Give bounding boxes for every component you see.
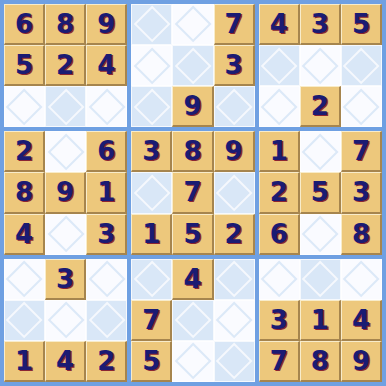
box-8: 475 — [131, 259, 254, 382]
cell-digit: 9 — [97, 11, 115, 37]
cell-r1c6: 7 — [214, 4, 255, 45]
diamond-icon — [302, 261, 339, 298]
cell-digit: 1 — [311, 307, 329, 333]
cell-digit: 8 — [352, 221, 370, 247]
cell-r3c7[interactable] — [259, 86, 300, 127]
cell-r4c4: 3 — [131, 131, 172, 172]
cell-r2c8[interactable] — [300, 45, 341, 86]
box-4: 2689143 — [4, 131, 127, 254]
cell-r5c3: 1 — [86, 172, 127, 213]
cell-digit: 4 — [270, 11, 288, 37]
cell-r3c6[interactable] — [214, 86, 255, 127]
diamond-icon — [216, 261, 253, 298]
cell-digit: 5 — [352, 11, 370, 37]
cell-digit: 3 — [56, 266, 74, 292]
cell-r8c5[interactable] — [172, 300, 213, 341]
cell-digit: 3 — [352, 179, 370, 205]
cell-r6c9: 8 — [341, 214, 382, 255]
cell-digit: 3 — [225, 52, 243, 78]
diamond-icon — [6, 302, 43, 339]
cell-r1c7: 4 — [259, 4, 300, 45]
diamond-icon — [216, 343, 253, 380]
cell-r3c1[interactable] — [4, 86, 45, 127]
cell-r1c9: 5 — [341, 4, 382, 45]
cell-r1c3: 9 — [86, 4, 127, 45]
cell-r9c7: 7 — [259, 341, 300, 382]
cell-digit: 6 — [15, 11, 33, 37]
cell-r4c2[interactable] — [45, 131, 86, 172]
cell-digit: 8 — [56, 11, 74, 37]
cell-r4c3: 6 — [86, 131, 127, 172]
diamond-icon — [302, 47, 339, 84]
diamond-icon — [133, 174, 170, 211]
diamond-icon — [6, 261, 43, 298]
cell-r6c6: 2 — [214, 214, 255, 255]
cell-r4c5: 8 — [172, 131, 213, 172]
cell-r2c3: 4 — [86, 45, 127, 86]
cell-r8c2[interactable] — [45, 300, 86, 341]
cell-r3c4[interactable] — [131, 86, 172, 127]
cell-r8c1[interactable] — [4, 300, 45, 341]
cell-r7c2: 3 — [45, 259, 86, 300]
cell-r9c1: 1 — [4, 341, 45, 382]
diamond-icon — [47, 216, 84, 253]
diamond-icon — [343, 47, 380, 84]
cell-r4c1: 2 — [4, 131, 45, 172]
cell-digit: 5 — [15, 52, 33, 78]
cell-r2c1: 5 — [4, 45, 45, 86]
diamond-icon — [174, 6, 211, 43]
cell-r7c8[interactable] — [300, 259, 341, 300]
cell-r5c5: 7 — [172, 172, 213, 213]
cell-digit: 1 — [142, 221, 160, 247]
sudoku-board: 6895247394352268914338971521725368314247… — [0, 0, 386, 386]
cell-digit: 6 — [97, 138, 115, 164]
cell-r5c4[interactable] — [131, 172, 172, 213]
diamond-icon — [216, 88, 253, 125]
cell-digit: 8 — [15, 179, 33, 205]
cell-r9c2: 4 — [45, 341, 86, 382]
cell-r6c8[interactable] — [300, 214, 341, 255]
diamond-icon — [343, 261, 380, 298]
cell-digit: 9 — [225, 138, 243, 164]
diamond-icon — [174, 343, 211, 380]
cell-digit: 9 — [352, 348, 370, 374]
diamond-icon — [216, 302, 253, 339]
cell-r3c9[interactable] — [341, 86, 382, 127]
cell-r4c9: 7 — [341, 131, 382, 172]
diamond-icon — [88, 88, 125, 125]
cell-r9c6[interactable] — [214, 341, 255, 382]
cell-digit: 3 — [142, 138, 160, 164]
diamond-icon — [133, 47, 170, 84]
cell-digit: 4 — [183, 266, 201, 292]
cell-r4c6: 9 — [214, 131, 255, 172]
cell-r5c7: 2 — [259, 172, 300, 213]
cell-digit: 2 — [56, 52, 74, 78]
cell-r2c2: 2 — [45, 45, 86, 86]
cell-digit: 2 — [15, 138, 33, 164]
cell-r1c5[interactable] — [172, 4, 213, 45]
diamond-icon — [88, 261, 125, 298]
cell-r8c8: 1 — [300, 300, 341, 341]
box-2: 739 — [131, 4, 254, 127]
cell-digit: 7 — [270, 348, 288, 374]
diamond-icon — [174, 302, 211, 339]
cell-digit: 2 — [270, 179, 288, 205]
cell-digit: 4 — [56, 348, 74, 374]
cell-digit: 9 — [56, 179, 74, 205]
cell-r3c8: 2 — [300, 86, 341, 127]
cell-r9c5[interactable] — [172, 341, 213, 382]
cell-r5c6[interactable] — [214, 172, 255, 213]
cell-r1c4[interactable] — [131, 4, 172, 45]
cell-r8c3[interactable] — [86, 300, 127, 341]
box-6: 1725368 — [259, 131, 382, 254]
cell-r6c3: 3 — [86, 214, 127, 255]
diamond-icon — [343, 88, 380, 125]
cell-r7c7[interactable] — [259, 259, 300, 300]
box-7: 3142 — [4, 259, 127, 382]
cell-r7c1[interactable] — [4, 259, 45, 300]
cell-r7c9[interactable] — [341, 259, 382, 300]
cell-r1c1: 6 — [4, 4, 45, 45]
diamond-icon — [88, 302, 125, 339]
cell-r8c9: 4 — [341, 300, 382, 341]
diamond-icon — [133, 6, 170, 43]
cell-r4c7: 1 — [259, 131, 300, 172]
cell-digit: 2 — [97, 348, 115, 374]
box-9: 314789 — [259, 259, 382, 382]
cell-digit: 3 — [311, 11, 329, 37]
cell-digit: 8 — [311, 348, 329, 374]
cell-digit: 2 — [225, 221, 243, 247]
cell-digit: 9 — [183, 93, 201, 119]
cell-r2c7[interactable] — [259, 45, 300, 86]
cell-digit: 3 — [270, 307, 288, 333]
diamond-icon — [133, 88, 170, 125]
cell-r9c4: 5 — [131, 341, 172, 382]
cell-digit: 5 — [183, 221, 201, 247]
cell-digit: 5 — [142, 348, 160, 374]
cell-digit: 7 — [352, 138, 370, 164]
cell-r7c6[interactable] — [214, 259, 255, 300]
cell-r5c8: 5 — [300, 172, 341, 213]
cell-r3c5: 9 — [172, 86, 213, 127]
box-5: 3897152 — [131, 131, 254, 254]
cell-r8c7: 3 — [259, 300, 300, 341]
cell-digit: 6 — [270, 221, 288, 247]
cell-r1c8: 3 — [300, 4, 341, 45]
diamond-icon — [47, 302, 84, 339]
diamond-icon — [6, 88, 43, 125]
cell-r7c3[interactable] — [86, 259, 127, 300]
cell-r7c4[interactable] — [131, 259, 172, 300]
cell-r1c2: 8 — [45, 4, 86, 45]
diamond-icon — [302, 216, 339, 253]
cell-r6c7: 6 — [259, 214, 300, 255]
cell-r9c3: 2 — [86, 341, 127, 382]
cell-digit: 3 — [97, 221, 115, 247]
cell-digit: 7 — [142, 307, 160, 333]
cell-digit: 7 — [183, 179, 201, 205]
cell-r6c2[interactable] — [45, 214, 86, 255]
cell-digit: 1 — [15, 348, 33, 374]
cell-digit: 4 — [352, 307, 370, 333]
cell-r6c4: 1 — [131, 214, 172, 255]
cell-r6c1: 4 — [4, 214, 45, 255]
cell-digit: 4 — [97, 52, 115, 78]
cell-r5c1: 8 — [4, 172, 45, 213]
box-1: 689524 — [4, 4, 127, 127]
diamond-icon — [47, 88, 84, 125]
cell-r2c4[interactable] — [131, 45, 172, 86]
cell-r4c8[interactable] — [300, 131, 341, 172]
cell-r8c4: 7 — [131, 300, 172, 341]
diamond-icon — [133, 261, 170, 298]
cell-r5c9: 3 — [341, 172, 382, 213]
cell-digit: 1 — [97, 179, 115, 205]
cell-r2c6: 3 — [214, 45, 255, 86]
cell-r9c9: 9 — [341, 341, 382, 382]
cell-digit: 8 — [183, 138, 201, 164]
diamond-icon — [174, 47, 211, 84]
cell-r8c6[interactable] — [214, 300, 255, 341]
diamond-icon — [261, 47, 298, 84]
diamond-icon — [302, 133, 339, 170]
cell-r3c3[interactable] — [86, 86, 127, 127]
cell-r2c9[interactable] — [341, 45, 382, 86]
diamond-icon — [47, 133, 84, 170]
cell-digit: 2 — [311, 93, 329, 119]
cell-r7c5: 4 — [172, 259, 213, 300]
cell-digit: 4 — [15, 221, 33, 247]
cell-r2c5[interactable] — [172, 45, 213, 86]
cell-r3c2[interactable] — [45, 86, 86, 127]
cell-r5c2: 9 — [45, 172, 86, 213]
cell-digit: 1 — [270, 138, 288, 164]
box-3: 4352 — [259, 4, 382, 127]
diamond-icon — [216, 174, 253, 211]
cell-digit: 5 — [311, 179, 329, 205]
cell-r6c5: 5 — [172, 214, 213, 255]
cell-digit: 7 — [225, 11, 243, 37]
diamond-icon — [261, 261, 298, 298]
cell-r9c8: 8 — [300, 341, 341, 382]
diamond-icon — [261, 88, 298, 125]
